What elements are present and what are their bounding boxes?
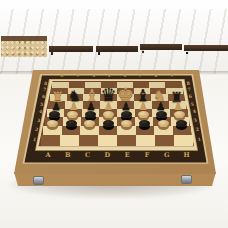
square (80, 126, 99, 136)
square (41, 135, 60, 145)
checker-piece (49, 111, 60, 118)
checker-piece (121, 111, 132, 118)
board-rank-row (41, 135, 193, 145)
set-stand (96, 46, 138, 52)
square (155, 135, 174, 145)
file-label-far: C (136, 72, 144, 76)
rank-label-right: 5 (189, 102, 197, 108)
hinge-clasp (33, 176, 44, 185)
file-label: E (122, 152, 132, 159)
file-label: D (102, 152, 112, 159)
checker-piece (67, 111, 78, 118)
square (173, 126, 192, 136)
square (98, 135, 117, 145)
checker-piece (158, 120, 169, 127)
board-rank-row (43, 126, 191, 136)
set-stand (140, 44, 182, 50)
set-stand (1, 36, 47, 41)
set-stand (49, 46, 93, 52)
square (174, 135, 193, 145)
square (117, 126, 136, 136)
checker-piece (103, 120, 114, 127)
square (79, 135, 98, 145)
file-label: F (142, 152, 152, 159)
file-label: B (63, 152, 73, 159)
checker-piece (103, 111, 114, 118)
file-label: G (162, 152, 172, 159)
product-photo-chess-set: ABCDEFGHHGFEDCBA8877665544332211♜♞♝♛♚♝♞♜… (0, 0, 228, 228)
file-label-far: E (105, 72, 113, 76)
wall-top (0, 0, 228, 9)
file-label: C (83, 152, 93, 159)
square (43, 126, 62, 136)
square (117, 135, 136, 145)
file-label: H (182, 152, 192, 159)
square (136, 135, 155, 145)
file-label-far: H (58, 72, 66, 76)
square (62, 126, 81, 136)
file-label-far: D (121, 72, 129, 76)
file-label-far: F (90, 72, 98, 76)
hinge-clasp (181, 175, 192, 184)
file-label-far: A (168, 72, 176, 76)
checker-piece (85, 111, 96, 118)
square (154, 126, 173, 136)
square (60, 135, 79, 145)
rank-label-left: 1 (31, 137, 39, 143)
square (136, 126, 155, 136)
file-label: A (43, 152, 53, 159)
checker-piece (174, 111, 185, 118)
file-label-far: G (74, 72, 82, 76)
square (99, 126, 118, 136)
set-stand (184, 45, 228, 51)
rank-label-left: 5 (38, 102, 46, 108)
file-label-far: B (152, 72, 160, 76)
